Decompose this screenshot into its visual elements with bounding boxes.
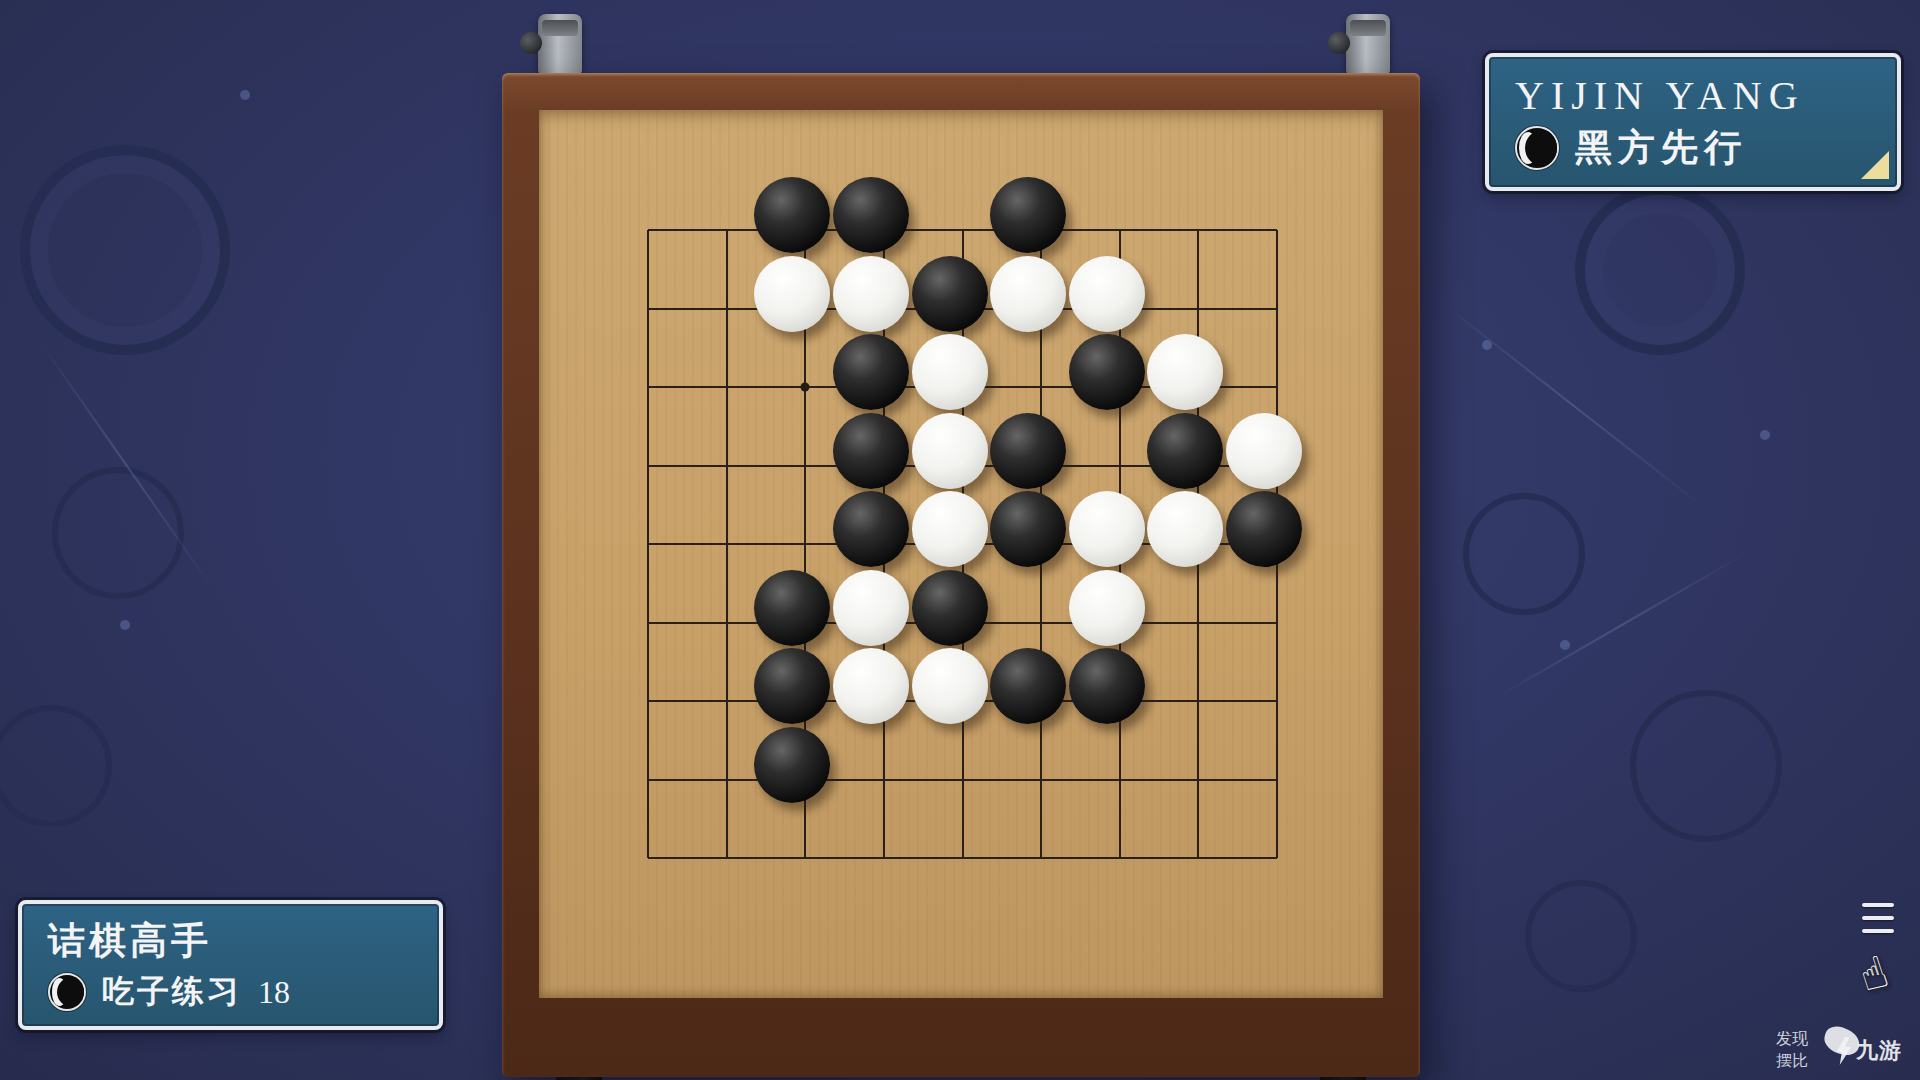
black-stone[interactable] <box>1069 648 1145 724</box>
go-board-frame <box>502 73 1420 1077</box>
go-board-surface <box>539 110 1383 998</box>
black-stone[interactable] <box>1069 334 1145 410</box>
go-grid[interactable] <box>648 230 1277 858</box>
black-stone[interactable] <box>990 491 1066 567</box>
white-stone[interactable] <box>1147 334 1223 410</box>
white-stone[interactable] <box>1069 491 1145 567</box>
white-stone[interactable] <box>990 256 1066 332</box>
decor-dot <box>1560 640 1570 650</box>
clamp-screw-icon <box>520 32 542 54</box>
hand-cursor-icon: ☝ <box>1853 945 1894 1002</box>
corner-text-line1: 发现 <box>1776 1028 1808 1050</box>
white-stone[interactable] <box>754 256 830 332</box>
black-stone[interactable] <box>912 570 988 646</box>
board-clamp-left <box>538 14 582 74</box>
watermark-text: 九游 <box>1856 1036 1902 1066</box>
puzzle-number: 18 <box>258 974 290 1011</box>
white-stone[interactable] <box>833 256 909 332</box>
white-stone[interactable] <box>912 334 988 410</box>
decor-ring <box>1463 493 1585 615</box>
black-stone[interactable] <box>990 177 1066 253</box>
black-stone[interactable] <box>990 648 1066 724</box>
puzzle-title: 诘棋高手 <box>48 916 413 966</box>
black-stone[interactable] <box>754 727 830 803</box>
white-stone[interactable] <box>912 648 988 724</box>
black-stone[interactable] <box>833 177 909 253</box>
black-stone[interactable] <box>754 648 830 724</box>
white-stone[interactable] <box>1069 256 1145 332</box>
white-stone[interactable] <box>1226 413 1302 489</box>
grid-line <box>648 779 1277 781</box>
player-name: YIJIN YANG <box>1515 72 1871 119</box>
clamp-jaw <box>542 20 578 36</box>
black-stone[interactable] <box>833 413 909 489</box>
menu-bar <box>1862 929 1894 933</box>
decor-dot <box>1760 430 1770 440</box>
menu-bar <box>1862 903 1894 907</box>
white-stone[interactable] <box>833 648 909 724</box>
decor-ring <box>0 705 112 827</box>
black-stone-icon <box>48 973 86 1011</box>
black-stone[interactable] <box>754 177 830 253</box>
white-stone[interactable] <box>833 570 909 646</box>
decor-ring <box>1575 185 1745 355</box>
decor-ring <box>52 467 184 599</box>
black-stone[interactable] <box>833 491 909 567</box>
star-point <box>801 383 810 392</box>
decor-dot <box>120 620 130 630</box>
puzzle-panel: 诘棋高手 吃子练习 18 <box>18 900 443 1030</box>
corner-text-line2: 摆比 <box>1776 1050 1808 1072</box>
black-stone[interactable] <box>1226 491 1302 567</box>
player-panel: YIJIN YANG 黑方先行 <box>1485 53 1901 191</box>
turn-indicator-label: 黑方先行 <box>1575 123 1747 173</box>
board-clamp-right <box>1346 14 1390 74</box>
decor-ring <box>1630 690 1782 842</box>
white-stone[interactable] <box>912 413 988 489</box>
watermark: 九游 <box>1836 1036 1902 1066</box>
puzzle-category: 吃子练习 <box>102 970 242 1014</box>
corner-text: 发现 摆比 <box>1776 1028 1808 1072</box>
white-stone[interactable] <box>912 491 988 567</box>
clamp-jaw <box>1350 20 1386 36</box>
grid-line <box>648 857 1277 859</box>
game-screen: YIJIN YANG 黑方先行 诘棋高手 吃子练习 18 ☝ 发现 摆比 <box>0 0 1920 1080</box>
white-stone[interactable] <box>1147 491 1223 567</box>
black-stone[interactable] <box>912 256 988 332</box>
black-stone-icon <box>1515 126 1559 170</box>
menu-button[interactable] <box>1862 903 1894 933</box>
clamp-screw-icon <box>1328 32 1350 54</box>
menu-bar <box>1862 916 1894 920</box>
watermark-bolt-icon <box>1836 1037 1852 1065</box>
black-stone[interactable] <box>1147 413 1223 489</box>
panel-corner-triangle-icon <box>1861 151 1889 179</box>
decor-dot <box>240 90 250 100</box>
black-stone[interactable] <box>754 570 830 646</box>
decor-ring <box>20 145 230 355</box>
black-stone[interactable] <box>990 413 1066 489</box>
white-stone[interactable] <box>1069 570 1145 646</box>
black-stone[interactable] <box>833 334 909 410</box>
decor-ring <box>1525 880 1637 992</box>
